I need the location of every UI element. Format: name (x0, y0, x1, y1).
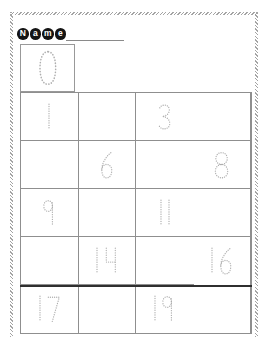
grid-cell-number-14 (79, 237, 137, 285)
name-letter-bubble: N (17, 28, 29, 40)
page-border-top (10, 12, 258, 15)
grid-cell-blank (136, 237, 194, 285)
traceable-number (41, 198, 58, 228)
grid-cell-blank (194, 285, 252, 333)
grid-cell-number-16 (194, 237, 252, 285)
grid-cell-number-1 (21, 93, 79, 141)
grid-cell-blank (21, 237, 79, 285)
traceable-number (213, 150, 230, 180)
traceable-number (37, 49, 59, 87)
traceable-number (98, 150, 115, 180)
grid-cell-blank (136, 141, 194, 189)
dark-row-divider (20, 285, 252, 287)
grid-cell-number-9 (21, 189, 79, 237)
traceable-number (209, 246, 234, 276)
grid-cell-blank (79, 93, 137, 141)
example-number-box (20, 44, 75, 92)
grid-cell-number-19 (136, 285, 194, 333)
name-line (66, 40, 124, 41)
traceable-number (156, 102, 173, 132)
name-letter-bubble: a (30, 28, 42, 40)
traceable-number (37, 294, 62, 324)
name-letter-bubble: e (55, 28, 67, 40)
page-border-left (10, 12, 13, 337)
name-label: Name (17, 28, 66, 40)
grid-cell-number-3 (136, 93, 194, 141)
grid-cell-blank (194, 93, 252, 141)
grid-cell-blank (194, 189, 252, 237)
traceable-number (46, 102, 52, 132)
grid-cell-number-11 (136, 189, 194, 237)
grid-cell-blank (21, 141, 79, 189)
name-letter-bubble: m (42, 28, 54, 40)
grid-cell-number-17 (21, 285, 79, 333)
traceable-number (152, 294, 177, 324)
grid-cell-blank (79, 285, 137, 333)
grid-cell-number-8 (194, 141, 252, 189)
grid-cell-blank (79, 189, 137, 237)
number-grid (20, 92, 252, 334)
grid-cell-number-6 (79, 141, 137, 189)
traceable-number (94, 246, 119, 276)
traceable-number (158, 198, 172, 228)
worksheet-page: Name (0, 0, 270, 350)
page-border-right (255, 12, 258, 337)
